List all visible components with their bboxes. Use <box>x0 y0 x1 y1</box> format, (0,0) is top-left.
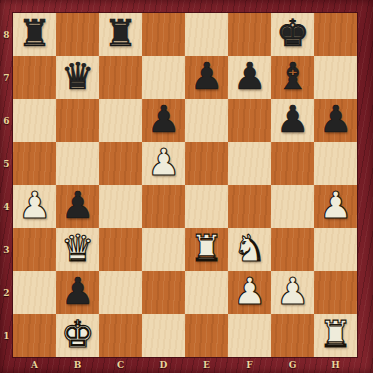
rank-label-4: 4 <box>0 185 13 228</box>
square-c4[interactable] <box>99 185 142 228</box>
square-c5[interactable] <box>99 142 142 185</box>
square-a2[interactable] <box>13 271 56 314</box>
square-d7[interactable] <box>142 56 185 99</box>
square-e4[interactable] <box>185 185 228 228</box>
piece-black-rook[interactable]: ♜ <box>18 12 51 55</box>
square-e3[interactable]: ♜ <box>185 228 228 271</box>
square-f7[interactable]: ♟ <box>228 56 271 99</box>
square-g5[interactable] <box>271 142 314 185</box>
piece-white-pawn[interactable]: ♟ <box>319 184 352 227</box>
piece-black-pawn[interactable]: ♟ <box>319 98 352 141</box>
piece-white-king[interactable]: ♚ <box>61 313 94 356</box>
square-g7[interactable]: ♝ <box>271 56 314 99</box>
square-g8[interactable]: ♚ <box>271 13 314 56</box>
square-g1[interactable] <box>271 314 314 357</box>
piece-black-pawn[interactable]: ♟ <box>276 98 309 141</box>
square-d2[interactable] <box>142 271 185 314</box>
square-b6[interactable] <box>56 99 99 142</box>
piece-black-bishop[interactable]: ♝ <box>276 55 309 98</box>
square-d8[interactable] <box>142 13 185 56</box>
square-h6[interactable]: ♟ <box>314 99 357 142</box>
rank-label-6: 6 <box>0 99 13 142</box>
file-label-e: E <box>185 357 228 373</box>
square-e2[interactable] <box>185 271 228 314</box>
piece-black-pawn[interactable]: ♟ <box>147 98 180 141</box>
square-f4[interactable] <box>228 185 271 228</box>
square-a6[interactable] <box>13 99 56 142</box>
piece-black-pawn[interactable]: ♟ <box>190 55 223 98</box>
file-label-c: C <box>99 357 142 373</box>
rank-label-8: 8 <box>0 13 13 56</box>
square-h4[interactable]: ♟ <box>314 185 357 228</box>
piece-black-pawn[interactable]: ♟ <box>61 270 94 313</box>
piece-white-rook[interactable]: ♜ <box>319 313 352 356</box>
file-label-a: A <box>13 357 56 373</box>
square-b7[interactable]: ♛ <box>56 56 99 99</box>
piece-black-pawn[interactable]: ♟ <box>233 55 266 98</box>
chess-board: ♜♜♚♛♟♟♝♟♟♟♟♟♟♟♛♜♞♟♟♟♚♜ <box>13 13 357 357</box>
piece-white-pawn[interactable]: ♟ <box>233 270 266 313</box>
square-c7[interactable] <box>99 56 142 99</box>
square-g4[interactable] <box>271 185 314 228</box>
square-c2[interactable] <box>99 271 142 314</box>
square-c6[interactable] <box>99 99 142 142</box>
square-h2[interactable] <box>314 271 357 314</box>
rank-label-5: 5 <box>0 142 13 185</box>
square-e5[interactable] <box>185 142 228 185</box>
square-a8[interactable]: ♜ <box>13 13 56 56</box>
square-h3[interactable] <box>314 228 357 271</box>
square-b3[interactable]: ♛ <box>56 228 99 271</box>
square-f5[interactable] <box>228 142 271 185</box>
square-b4[interactable]: ♟ <box>56 185 99 228</box>
square-d5[interactable]: ♟ <box>142 142 185 185</box>
square-c3[interactable] <box>99 228 142 271</box>
square-h5[interactable] <box>314 142 357 185</box>
square-a7[interactable] <box>13 56 56 99</box>
square-e7[interactable]: ♟ <box>185 56 228 99</box>
file-label-b: B <box>56 357 99 373</box>
square-g6[interactable]: ♟ <box>271 99 314 142</box>
square-e8[interactable] <box>185 13 228 56</box>
square-a4[interactable]: ♟ <box>13 185 56 228</box>
piece-white-pawn[interactable]: ♟ <box>18 184 51 227</box>
square-f8[interactable] <box>228 13 271 56</box>
square-c8[interactable]: ♜ <box>99 13 142 56</box>
square-f6[interactable] <box>228 99 271 142</box>
file-label-h: H <box>314 357 357 373</box>
square-d6[interactable]: ♟ <box>142 99 185 142</box>
rank-label-2: 2 <box>0 271 13 314</box>
chess-board-frame: ♜♜♚♛♟♟♝♟♟♟♟♟♟♟♛♜♞♟♟♟♚♜ 87654321 ABCDEFGH <box>0 0 373 373</box>
piece-white-pawn[interactable]: ♟ <box>147 141 180 184</box>
square-b2[interactable]: ♟ <box>56 271 99 314</box>
square-g2[interactable]: ♟ <box>271 271 314 314</box>
file-label-f: F <box>228 357 271 373</box>
rank-label-7: 7 <box>0 56 13 99</box>
piece-black-king[interactable]: ♚ <box>276 12 309 55</box>
square-d4[interactable] <box>142 185 185 228</box>
square-e1[interactable] <box>185 314 228 357</box>
piece-black-queen[interactable]: ♛ <box>61 55 94 98</box>
square-a3[interactable] <box>13 228 56 271</box>
square-b1[interactable]: ♚ <box>56 314 99 357</box>
square-e6[interactable] <box>185 99 228 142</box>
square-d3[interactable] <box>142 228 185 271</box>
square-h1[interactable]: ♜ <box>314 314 357 357</box>
rank-label-3: 3 <box>0 228 13 271</box>
file-label-g: G <box>271 357 314 373</box>
square-c1[interactable] <box>99 314 142 357</box>
square-h8[interactable] <box>314 13 357 56</box>
square-b5[interactable] <box>56 142 99 185</box>
piece-white-pawn[interactable]: ♟ <box>276 270 309 313</box>
square-h7[interactable] <box>314 56 357 99</box>
rank-label-1: 1 <box>0 314 13 357</box>
piece-white-queen[interactable]: ♛ <box>61 227 94 270</box>
square-g3[interactable] <box>271 228 314 271</box>
square-a5[interactable] <box>13 142 56 185</box>
piece-white-rook[interactable]: ♜ <box>190 227 223 270</box>
square-d1[interactable] <box>142 314 185 357</box>
square-f1[interactable] <box>228 314 271 357</box>
square-f3[interactable]: ♞ <box>228 228 271 271</box>
square-a1[interactable] <box>13 314 56 357</box>
piece-black-pawn[interactable]: ♟ <box>61 184 94 227</box>
piece-black-rook[interactable]: ♜ <box>104 12 137 55</box>
square-f2[interactable]: ♟ <box>228 271 271 314</box>
square-b8[interactable] <box>56 13 99 56</box>
file-label-d: D <box>142 357 185 373</box>
piece-white-knight[interactable]: ♞ <box>233 227 266 270</box>
